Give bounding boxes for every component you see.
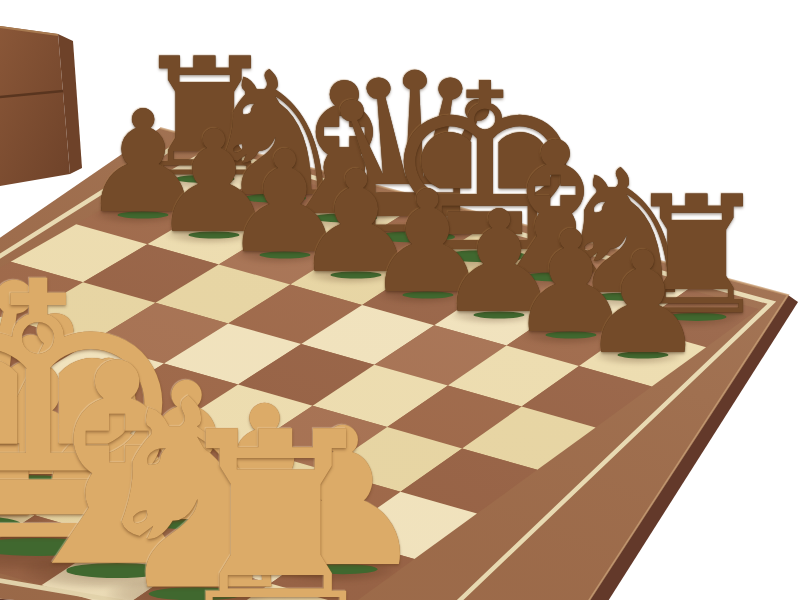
piece-black-pawn-h7[interactable]: ♟ — [580, 232, 706, 373]
piece-white-rook-h1[interactable]: ♜ — [164, 400, 387, 600]
photo-scene: ♜♞♝♛♚♝♞♜♟♟♟♟♟♟♟♟♟♟♟♟♟♟♟♟♜♞♝♛♚♝♞♜ — [0, 0, 800, 600]
